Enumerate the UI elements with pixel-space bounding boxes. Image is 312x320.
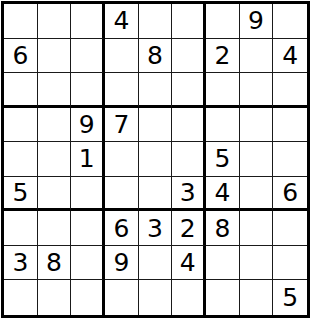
cell-r6c9[interactable]: 6 [273,177,307,212]
cell-r6c5[interactable] [139,177,173,212]
cell-r5c1[interactable] [4,142,38,177]
cell-r7c3[interactable] [71,211,105,246]
cell-r5c7[interactable]: 5 [206,142,240,177]
cell-r6c3[interactable] [71,177,105,212]
cell-r5c3[interactable]: 1 [71,142,105,177]
cell-r5c5[interactable] [139,142,173,177]
cell-r2c6[interactable] [172,39,206,74]
cell-r8c6[interactable]: 4 [172,246,206,281]
cell-r6c2[interactable] [38,177,72,212]
cell-r9c4[interactable] [105,280,139,315]
cell-r3c7[interactable] [206,73,240,108]
cell-r4c1[interactable] [4,108,38,143]
cell-r9c5[interactable] [139,280,173,315]
cell-r6c7[interactable]: 4 [206,177,240,212]
cell-r7c1[interactable] [4,211,38,246]
cell-r4c6[interactable] [172,108,206,143]
cell-r3c5[interactable] [139,73,173,108]
cell-r2c9[interactable]: 4 [273,39,307,74]
cell-r8c7[interactable] [206,246,240,281]
cell-r5c4[interactable] [105,142,139,177]
sudoku-page: 49682497155346632838945 [0,0,312,320]
cell-r1c2[interactable] [38,4,72,39]
cell-r6c1[interactable]: 5 [4,177,38,212]
cell-r4c2[interactable] [38,108,72,143]
cell-r5c2[interactable] [38,142,72,177]
cell-r8c8[interactable] [240,246,274,281]
cell-r4c9[interactable] [273,108,307,143]
cell-r8c1[interactable]: 3 [4,246,38,281]
cell-r3c4[interactable] [105,73,139,108]
cell-r9c7[interactable] [206,280,240,315]
cell-r7c6[interactable]: 2 [172,211,206,246]
cell-r1c8[interactable]: 9 [240,4,274,39]
cell-r8c5[interactable] [139,246,173,281]
cell-r6c8[interactable] [240,177,274,212]
cell-r1c7[interactable] [206,4,240,39]
cell-r8c2[interactable]: 8 [38,246,72,281]
cell-r4c4[interactable]: 7 [105,108,139,143]
cell-r5c6[interactable] [172,142,206,177]
cell-r2c3[interactable] [71,39,105,74]
cell-r1c9[interactable] [273,4,307,39]
cell-r9c1[interactable] [4,280,38,315]
cell-r9c6[interactable] [172,280,206,315]
cell-r5c8[interactable] [240,142,274,177]
cell-r6c4[interactable] [105,177,139,212]
cell-r4c3[interactable]: 9 [71,108,105,143]
cell-r3c3[interactable] [71,73,105,108]
cell-r2c5[interactable]: 8 [139,39,173,74]
cell-r3c1[interactable] [4,73,38,108]
cell-r2c1[interactable]: 6 [4,39,38,74]
cell-r8c3[interactable] [71,246,105,281]
cell-r3c6[interactable] [172,73,206,108]
cell-r1c4[interactable]: 4 [105,4,139,39]
cell-r5c9[interactable] [273,142,307,177]
cell-r8c9[interactable] [273,246,307,281]
cell-r1c6[interactable] [172,4,206,39]
cell-r1c1[interactable] [4,4,38,39]
cell-r7c9[interactable] [273,211,307,246]
cell-r9c8[interactable] [240,280,274,315]
cell-r2c7[interactable]: 2 [206,39,240,74]
cell-r3c2[interactable] [38,73,72,108]
cell-r9c9[interactable]: 5 [273,280,307,315]
cell-r7c5[interactable]: 3 [139,211,173,246]
cell-r7c8[interactable] [240,211,274,246]
cell-r1c5[interactable] [139,4,173,39]
sudoku-board: 49682497155346632838945 [1,1,310,318]
cell-r7c2[interactable] [38,211,72,246]
cell-r2c2[interactable] [38,39,72,74]
cell-r4c7[interactable] [206,108,240,143]
cell-r2c8[interactable] [240,39,274,74]
cell-r9c3[interactable] [71,280,105,315]
cell-r4c8[interactable] [240,108,274,143]
cell-r4c5[interactable] [139,108,173,143]
cell-r1c3[interactable] [71,4,105,39]
cell-r7c4[interactable]: 6 [105,211,139,246]
cell-r9c2[interactable] [38,280,72,315]
cell-r3c8[interactable] [240,73,274,108]
cell-r6c6[interactable]: 3 [172,177,206,212]
cell-r8c4[interactable]: 9 [105,246,139,281]
cell-r7c7[interactable]: 8 [206,211,240,246]
cell-r3c9[interactable] [273,73,307,108]
cell-r2c4[interactable] [105,39,139,74]
